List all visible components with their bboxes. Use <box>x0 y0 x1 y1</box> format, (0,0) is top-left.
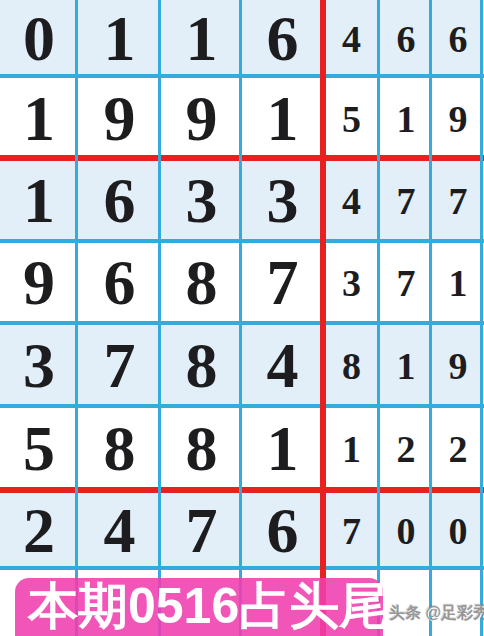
grid-cell: 4 <box>323 159 380 242</box>
grid-cell: 1 <box>323 407 380 491</box>
grid-cell: 8 <box>161 324 242 407</box>
cell-digit: 9 <box>449 344 468 388</box>
grid-cell: 1 <box>380 324 432 407</box>
cell-digit: 8 <box>104 412 136 486</box>
cell-digit: 0 <box>449 509 468 553</box>
cell-digit: 6 <box>397 17 416 61</box>
cell-digit: 2 <box>397 427 416 471</box>
grid-cell: 8 <box>161 407 242 491</box>
cell-digit: 1 <box>23 164 55 238</box>
grid-cell: 2 <box>380 407 432 491</box>
cell-digit: 7 <box>342 509 361 553</box>
grid-cell: 0 <box>432 491 484 570</box>
cell-digit: 8 <box>186 246 218 320</box>
period-banner: 本期0516占头尾 <box>15 578 383 636</box>
grid-cell: 8 <box>323 324 380 407</box>
cell-digit: 4 <box>342 179 361 223</box>
grid-line-vertical <box>377 0 380 636</box>
grid-cell: 9 <box>432 78 484 159</box>
cell-digit: 4 <box>104 494 136 568</box>
cell-digit: 6 <box>104 246 136 320</box>
grid-cell: 9 <box>432 324 484 407</box>
cell-digit: 1 <box>267 412 299 486</box>
watermark: 头条 @足彩秀 <box>389 603 484 624</box>
cell-digit: 1 <box>397 97 416 141</box>
grid-line-vertical <box>75 0 78 636</box>
grid-cell: 7 <box>242 242 323 324</box>
cell-digit: 1 <box>267 82 299 156</box>
cell-digit: 8 <box>186 329 218 403</box>
cell-digit: 8 <box>342 344 361 388</box>
grid-cell: 9 <box>0 242 78 324</box>
cell-digit: 9 <box>449 97 468 141</box>
cell-digit: 3 <box>23 329 55 403</box>
grid-cell: 7 <box>161 491 242 570</box>
grid-line-horizontal <box>0 239 484 243</box>
grid-cell: 5 <box>0 407 78 491</box>
grid-line-vertical <box>480 0 483 636</box>
grid-cell: 7 <box>78 324 161 407</box>
cell-digit: 2 <box>449 427 468 471</box>
cell-digit: 3 <box>186 164 218 238</box>
lottery-chart: 0 1 1 6 4 6 6 1 9 9 1 5 1 9 1 6 3 3 4 7 … <box>0 0 484 636</box>
cell-digit: 6 <box>267 2 299 76</box>
cell-digit: 9 <box>186 82 218 156</box>
cell-digit: 9 <box>104 82 136 156</box>
grid-line-horizontal <box>0 566 484 570</box>
grid-cell: 1 <box>380 78 432 159</box>
grid-cell: 6 <box>242 491 323 570</box>
cell-digit: 5 <box>23 412 55 486</box>
grid-cell: 1 <box>432 242 484 324</box>
grid-cell: 5 <box>323 78 380 159</box>
grid-cell: 3 <box>323 242 380 324</box>
grid-cell: 4 <box>242 324 323 407</box>
grid-cell: 6 <box>380 0 432 78</box>
grid-line-horizontal <box>0 74 484 78</box>
cell-digit: 7 <box>104 329 136 403</box>
cell-digit: 7 <box>267 246 299 320</box>
grid-cell: 8 <box>78 407 161 491</box>
cell-digit: 1 <box>186 2 218 76</box>
cell-digit: 4 <box>267 329 299 403</box>
grid-cell: 1 <box>161 0 242 78</box>
red-divider-horizontal <box>0 487 484 493</box>
cell-digit: 5 <box>342 97 361 141</box>
cell-digit: 4 <box>342 17 361 61</box>
grid-line-vertical <box>158 0 161 636</box>
cell-digit: 3 <box>267 164 299 238</box>
grid-cell: 6 <box>78 242 161 324</box>
grid-cell: 1 <box>242 78 323 159</box>
grid-line-vertical <box>429 0 432 636</box>
cell-digit: 0 <box>23 2 55 76</box>
grid-line-horizontal <box>0 321 484 325</box>
cell-digit: 1 <box>342 427 361 471</box>
cell-digit: 8 <box>186 412 218 486</box>
grid-cell: 4 <box>78 491 161 570</box>
grid-cell: 3 <box>161 159 242 242</box>
cell-digit: 7 <box>449 179 468 223</box>
cell-digit: 6 <box>104 164 136 238</box>
grid-cell: 1 <box>0 78 78 159</box>
number-grid: 0 1 1 6 4 6 6 1 9 9 1 5 1 9 1 6 3 3 4 7 … <box>0 0 484 570</box>
grid-cell: 7 <box>380 242 432 324</box>
cell-digit: 1 <box>449 261 468 305</box>
grid-cell: 2 <box>432 407 484 491</box>
grid-cell: 1 <box>242 407 323 491</box>
cell-digit: 0 <box>397 509 416 553</box>
grid-cell: 1 <box>78 0 161 78</box>
grid-cell: 0 <box>0 0 78 78</box>
watermark-label: 头条 @足彩秀 <box>389 604 484 621</box>
period-banner-label: 本期0516占头尾 <box>28 578 383 634</box>
cell-digit: 3 <box>342 261 361 305</box>
grid-cell: 7 <box>323 491 380 570</box>
grid-cell: 6 <box>242 0 323 78</box>
grid-cell: 8 <box>161 242 242 324</box>
grid-cell: 7 <box>380 159 432 242</box>
cell-digit: 6 <box>267 494 299 568</box>
cell-digit: 7 <box>186 494 218 568</box>
cell-digit: 7 <box>397 261 416 305</box>
cell-digit: 9 <box>23 246 55 320</box>
grid-cell: 3 <box>242 159 323 242</box>
red-divider-horizontal <box>0 155 484 161</box>
grid-cell: 6 <box>432 0 484 78</box>
cell-digit: 1 <box>397 344 416 388</box>
grid-line-vertical <box>239 0 242 636</box>
red-divider-vertical <box>320 0 326 636</box>
cell-digit: 1 <box>23 82 55 156</box>
grid-cell: 6 <box>78 159 161 242</box>
grid-cell: 1 <box>0 159 78 242</box>
grid-cell: 4 <box>323 0 380 78</box>
cell-digit: 7 <box>397 179 416 223</box>
grid-cell: 0 <box>380 491 432 570</box>
grid-cell: 9 <box>78 78 161 159</box>
grid-cell: 2 <box>0 491 78 570</box>
grid-cell: 3 <box>0 324 78 407</box>
grid-cell: 7 <box>432 159 484 242</box>
cell-digit: 1 <box>104 2 136 76</box>
grid-line-horizontal <box>0 404 484 408</box>
grid-cell: 9 <box>161 78 242 159</box>
cell-digit: 2 <box>23 494 55 568</box>
cell-digit: 6 <box>449 17 468 61</box>
